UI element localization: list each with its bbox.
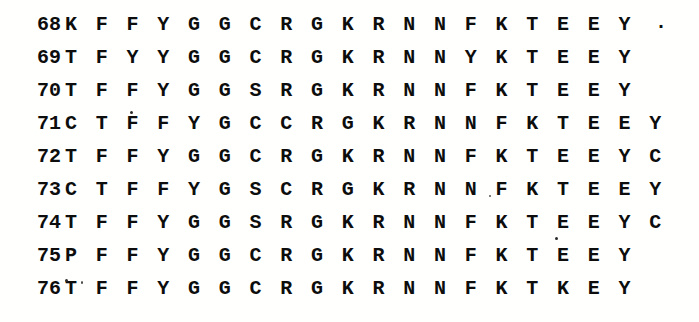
residue-cell: G [215, 81, 246, 101]
residue-cell: G [215, 180, 246, 200]
residue-cell: C [246, 48, 277, 68]
residue-cell: C [246, 279, 277, 299]
residue-cell: C [246, 15, 277, 35]
residue-cell: K [338, 48, 369, 68]
residue-cell: G [307, 48, 338, 68]
residue-cell: E [553, 48, 584, 68]
residue-cell: R [369, 246, 400, 266]
residue-cell: T [522, 213, 553, 233]
residue-cell: Y [153, 246, 184, 266]
residue-cell: E [584, 15, 615, 35]
residue-cell: S [246, 213, 277, 233]
residue-cell: Y [184, 180, 215, 200]
residue-cell: P [61, 246, 92, 266]
residue-cell: T [92, 114, 123, 134]
residue-cell: Y [615, 147, 646, 167]
residue-cell: G [184, 48, 215, 68]
residue-cell: G [215, 48, 246, 68]
residue-cell: T [553, 180, 584, 200]
residue-cell: Y [153, 81, 184, 101]
scan-speck [555, 237, 558, 240]
residue-cell: K [338, 15, 369, 35]
residue-cell: R [276, 81, 307, 101]
alignment-page: 68KFFYGGCRGKRNNFKTEEY69TFYYGGCRGKRNNYKTE… [0, 0, 699, 322]
residue-cell: R [276, 147, 307, 167]
residue-cell: E [615, 114, 646, 134]
residue-cell: K [492, 213, 523, 233]
residue-cell: K [522, 114, 553, 134]
sequence-row-68: 68KFFYGGCRGKRNNFKTEEY [36, 8, 676, 41]
residue-cell: E [584, 180, 615, 200]
residue-cell: T [61, 213, 92, 233]
scan-speck [65, 279, 68, 282]
residue-cell: T [522, 15, 553, 35]
residue-cell: E [584, 246, 615, 266]
residue-cell: R [307, 114, 338, 134]
residue-cell: N [461, 114, 492, 134]
residue-cell: F [492, 114, 523, 134]
residue-cell: C [246, 114, 277, 134]
residue-cell: N [430, 180, 461, 200]
residue-cell: E [584, 114, 615, 134]
residue-cell: G [215, 147, 246, 167]
residue-cell: R [399, 114, 430, 134]
residue-cell: K [522, 180, 553, 200]
residue-cell: K [553, 279, 584, 299]
residue-cell: G [307, 279, 338, 299]
row-number: 69 [36, 48, 61, 68]
residue-cell: N [399, 81, 430, 101]
residue-cell: T [522, 246, 553, 266]
residue-cell: K [492, 15, 523, 35]
sequence-row-76: 76TFFYGGCRGKRNNFKTKEY [36, 273, 676, 306]
residue-cell: Y [615, 15, 646, 35]
residue-cell: Y [615, 246, 646, 266]
residue-cell: F [123, 246, 154, 266]
residue-cell: F [92, 81, 123, 101]
residue-cell: K [492, 279, 523, 299]
residue-cell: E [584, 48, 615, 68]
residue-cell: R [369, 81, 400, 101]
residue-cell: Y [153, 213, 184, 233]
residue-cell: S [246, 180, 277, 200]
residue-cell: R [369, 279, 400, 299]
residue-cell: R [276, 213, 307, 233]
residue-cell: Y [123, 48, 154, 68]
residue-cell: T [61, 48, 92, 68]
residue-cell: F [123, 213, 154, 233]
residue-cell: N [430, 279, 461, 299]
residue-cell: N [399, 147, 430, 167]
residue-cell: E [553, 246, 584, 266]
residue-cell: G [307, 81, 338, 101]
residue-cell: Y [645, 114, 676, 134]
residue-cell: S [246, 81, 277, 101]
residue-cell: E [553, 213, 584, 233]
residue-cell: K [338, 81, 369, 101]
residue-cell: Y [645, 180, 676, 200]
residue-cell: C [61, 180, 92, 200]
residue-cell: N [430, 246, 461, 266]
residue-cell: F [123, 81, 154, 101]
residue-cell: K [338, 213, 369, 233]
residue-cell: C [246, 246, 277, 266]
residue-cell: N [399, 213, 430, 233]
sequence-row-73: 73CTFFYGSCRGKRNNFKTEEY [36, 173, 676, 206]
residue-cell: K [369, 180, 400, 200]
residue-cell: E [584, 279, 615, 299]
residue-cell: G [184, 15, 215, 35]
residue-cell: N [399, 279, 430, 299]
residue-cell: G [215, 279, 246, 299]
residue-cell: T [553, 114, 584, 134]
sequence-row-70: 70TFFYGGSRGKRNNFKTEEY [36, 74, 676, 107]
residue-cell: G [307, 15, 338, 35]
residue-cell: F [461, 246, 492, 266]
sequence-rows: 68KFFYGGCRGKRNNFKTEEY69TFYYGGCRGKRNNYKTE… [36, 8, 676, 306]
row-number: 76 [36, 279, 61, 299]
row-number: 68 [36, 15, 61, 35]
residue-cell: F [123, 279, 154, 299]
residue-cell: Y [184, 114, 215, 134]
residue-cell: G [307, 213, 338, 233]
sequence-row-69: 69TFYYGGCRGKRNNYKTEEY [36, 41, 676, 74]
residue-cell: N [430, 81, 461, 101]
residue-cell: F [123, 15, 154, 35]
residue-cell: K [492, 246, 523, 266]
residue-cell: E [553, 147, 584, 167]
residue-cell: K [492, 81, 523, 101]
residue-cell: C [61, 114, 92, 134]
row-number: 73 [36, 180, 61, 200]
residue-cell: C [246, 147, 277, 167]
residue-cell: T [522, 279, 553, 299]
residue-cell: E [553, 15, 584, 35]
stray-period-mark: . [655, 13, 667, 33]
residue-cell: F [461, 15, 492, 35]
residue-cell: G [338, 114, 369, 134]
residue-cell: G [184, 279, 215, 299]
residue-cell: F [92, 213, 123, 233]
row-number: 74 [36, 213, 61, 233]
residue-cell: K [338, 246, 369, 266]
row-number: 71 [36, 114, 61, 134]
residue-cell: Y [615, 279, 646, 299]
residue-cell: C [645, 213, 676, 233]
residue-cell: N [430, 213, 461, 233]
residue-cell: F [92, 279, 123, 299]
residue-cell: N [430, 114, 461, 134]
residue-cell: K [338, 147, 369, 167]
residue-cell: F [461, 279, 492, 299]
residue-cell: G [307, 147, 338, 167]
row-number: 70 [36, 81, 61, 101]
residue-cell: C [276, 180, 307, 200]
residue-cell: R [369, 15, 400, 35]
scan-speck [81, 281, 83, 284]
residue-cell: F [123, 180, 154, 200]
residue-cell: Y [615, 213, 646, 233]
residue-cell: R [369, 48, 400, 68]
residue-cell: T [522, 81, 553, 101]
residue-cell: K [492, 147, 523, 167]
residue-cell: Y [461, 48, 492, 68]
residue-cell: K [61, 15, 92, 35]
residue-cell: N [399, 246, 430, 266]
residue-cell: C [645, 147, 676, 167]
residue-cell: R [276, 246, 307, 266]
residue-cell: E [584, 81, 615, 101]
residue-cell: R [307, 180, 338, 200]
residue-cell: Y [615, 81, 646, 101]
residue-cell: R [276, 279, 307, 299]
residue-cell: T [61, 147, 92, 167]
residue-cell: G [307, 246, 338, 266]
residue-cell: T [522, 48, 553, 68]
residue-cell: Y [153, 15, 184, 35]
residue-cell: E [584, 147, 615, 167]
residue-cell: R [369, 147, 400, 167]
residue-cell: F [492, 180, 523, 200]
residue-cell: Y [153, 279, 184, 299]
residue-cell: F [123, 114, 154, 134]
residue-cell: R [276, 15, 307, 35]
residue-cell: Y [153, 48, 184, 68]
residue-cell: T [61, 279, 92, 299]
residue-cell: N [399, 15, 430, 35]
residue-cell: F [92, 246, 123, 266]
residue-cell: N [430, 147, 461, 167]
residue-cell: E [553, 81, 584, 101]
residue-cell: G [184, 246, 215, 266]
residue-cell: F [461, 147, 492, 167]
sequence-row-74: 74TFFYGGSRGKRNNFKTEEYC [36, 207, 676, 240]
residue-cell: R [369, 213, 400, 233]
residue-cell: K [369, 114, 400, 134]
residue-cell: R [399, 180, 430, 200]
scan-speck [130, 111, 133, 114]
residue-cell: N [430, 48, 461, 68]
residue-cell: K [492, 48, 523, 68]
residue-cell: K [338, 279, 369, 299]
residue-cell: G [338, 180, 369, 200]
residue-cell: T [522, 147, 553, 167]
residue-cell: G [184, 213, 215, 233]
residue-cell: F [461, 213, 492, 233]
residue-cell: G [215, 213, 246, 233]
sequence-row-72: 72TFFYGGCRGKRNNFKTEEYC [36, 140, 676, 173]
residue-cell: F [92, 48, 123, 68]
residue-cell: F [153, 114, 184, 134]
residue-cell: G [184, 81, 215, 101]
residue-cell: G [215, 15, 246, 35]
scan-speck [489, 195, 491, 197]
residue-cell: F [123, 147, 154, 167]
residue-cell: R [276, 48, 307, 68]
residue-cell: G [215, 114, 246, 134]
residue-cell: G [184, 147, 215, 167]
residue-cell: N [461, 180, 492, 200]
residue-cell: G [215, 246, 246, 266]
residue-cell: T [61, 81, 92, 101]
residue-cell: E [584, 213, 615, 233]
residue-cell: E [615, 180, 646, 200]
row-number: 72 [36, 147, 61, 167]
residue-cell: F [153, 180, 184, 200]
residue-cell: T [92, 180, 123, 200]
row-number: 75 [36, 246, 61, 266]
residue-cell: C [276, 114, 307, 134]
residue-cell: F [92, 147, 123, 167]
residue-cell: N [399, 48, 430, 68]
sequence-row-75: 75PFFYGGCRGKRNNFKTEEY [36, 240, 676, 273]
residue-cell: F [461, 81, 492, 101]
residue-cell: Y [615, 48, 646, 68]
residue-cell: F [92, 15, 123, 35]
residue-cell: Y [153, 147, 184, 167]
residue-cell: N [430, 15, 461, 35]
